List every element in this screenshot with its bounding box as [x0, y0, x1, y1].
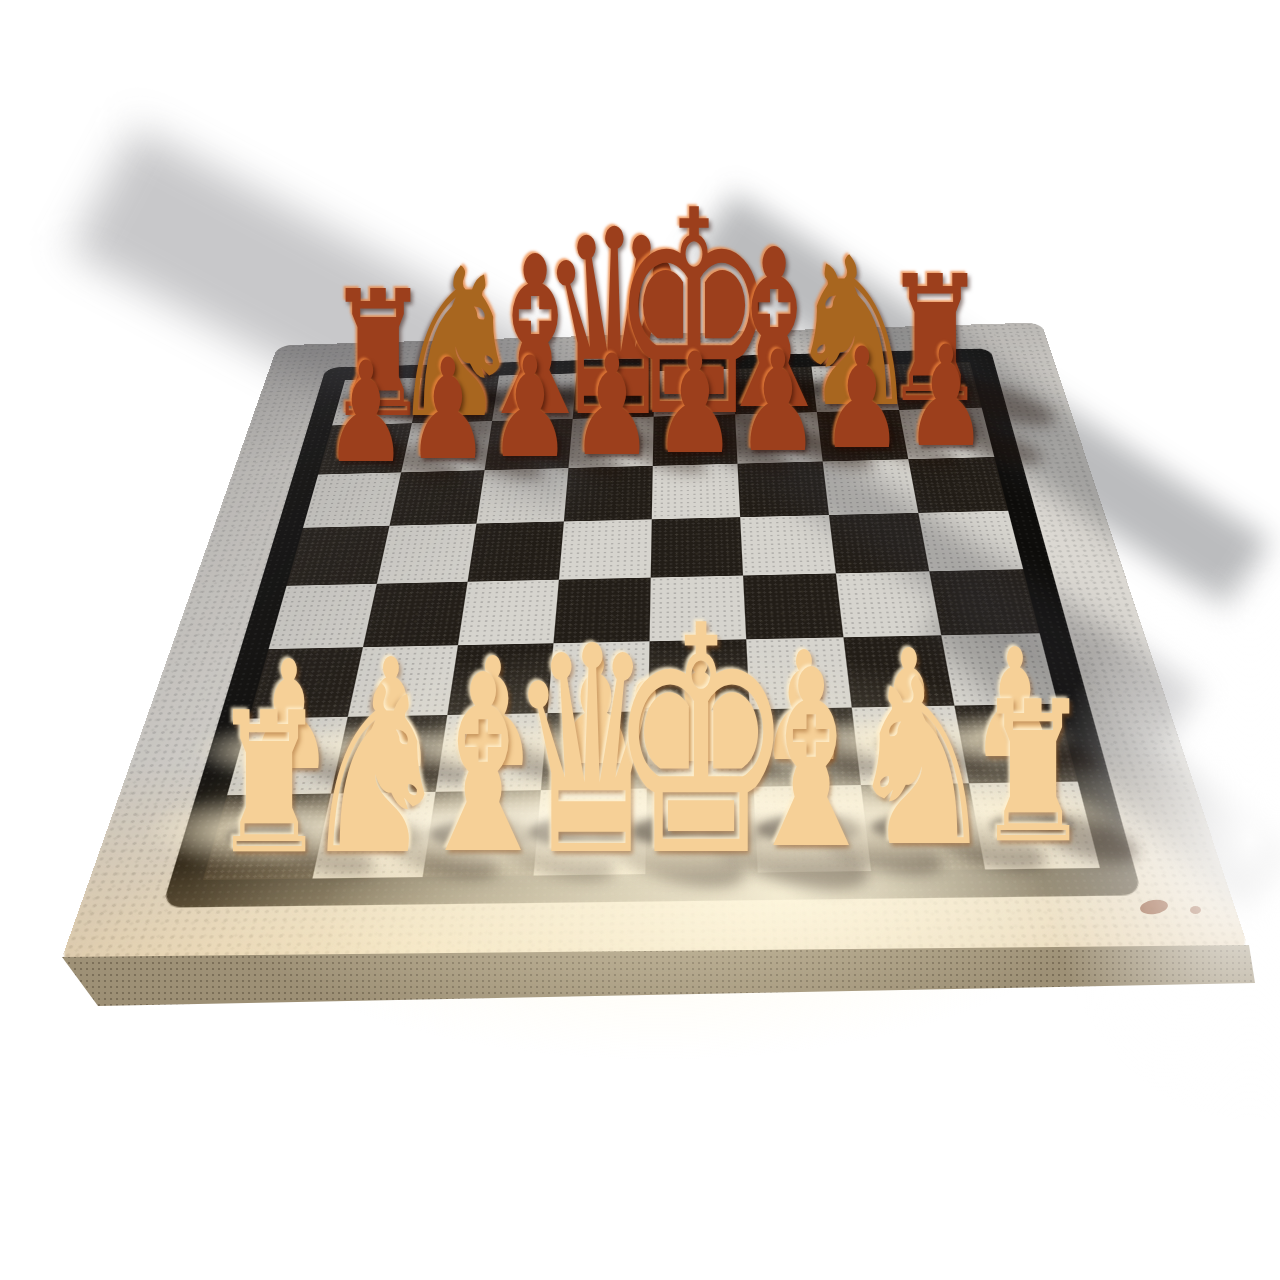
square-h4 [929, 569, 1039, 635]
square-a5 [287, 526, 390, 586]
square-f3 [746, 637, 852, 709]
square-f1 [754, 785, 872, 873]
square-f5 [740, 515, 836, 575]
chessboard-photo: ♜♞♝♛♚♝♞♜♟♟♟♟♟♟♟♟♟♟♟♟♟♟♟♟♜♞♝♛♚♝♞♜ [0, 0, 1280, 1280]
square-e3 [648, 639, 749, 711]
square-h7 [899, 408, 994, 460]
square-a7 [318, 423, 412, 474]
square-e1 [645, 787, 757, 874]
square-c7 [485, 419, 573, 470]
square-a3 [249, 647, 363, 718]
square-d5 [559, 519, 652, 579]
square-d3 [547, 641, 649, 713]
square-d7 [568, 417, 653, 468]
square-g6 [823, 459, 919, 515]
square-g5 [829, 513, 929, 574]
chessboard-grid [203, 362, 1100, 880]
square-g7 [817, 410, 908, 462]
square-h6 [908, 457, 1008, 513]
square-c2 [436, 713, 548, 792]
square-c5 [468, 521, 564, 581]
square-d4 [553, 578, 650, 644]
stone-board [58, 322, 1251, 968]
square-g3 [843, 635, 954, 707]
square-f2 [750, 708, 861, 787]
square-g2 [852, 706, 969, 785]
square-c6 [476, 468, 568, 524]
square-f6 [737, 461, 829, 517]
square-h3 [941, 633, 1057, 705]
square-b1 [312, 792, 435, 879]
square-b8 [412, 376, 499, 424]
square-a4 [269, 584, 377, 649]
square-c8 [492, 373, 576, 421]
square-h1 [969, 782, 1100, 870]
square-b4 [363, 582, 468, 647]
square-a8 [332, 378, 422, 426]
square-d6 [564, 466, 653, 522]
square-d1 [534, 788, 647, 875]
square-b2 [331, 715, 447, 794]
square-b7 [401, 421, 492, 472]
square-c3 [447, 643, 553, 715]
square-c1 [423, 790, 541, 877]
square-g1 [861, 783, 985, 871]
square-a2 [227, 717, 348, 795]
square-b6 [390, 470, 485, 525]
square-h2 [954, 704, 1077, 784]
square-g4 [836, 571, 941, 637]
square-e4 [650, 576, 747, 642]
stone-chip [1190, 906, 1201, 914]
square-e6 [652, 464, 740, 520]
square-h5 [918, 511, 1023, 572]
square-e8 [654, 369, 735, 417]
square-f4 [743, 573, 843, 639]
square-d8 [573, 371, 655, 419]
square-a6 [303, 472, 401, 527]
square-g8 [811, 364, 899, 412]
square-e7 [653, 414, 738, 465]
square-d2 [541, 711, 648, 790]
square-e5 [651, 517, 743, 577]
square-f7 [735, 412, 823, 464]
square-b5 [377, 524, 477, 584]
square-f8 [733, 367, 817, 415]
square-c4 [458, 580, 559, 646]
square-e2 [647, 709, 754, 788]
square-h8 [891, 362, 982, 410]
square-b3 [348, 645, 458, 717]
